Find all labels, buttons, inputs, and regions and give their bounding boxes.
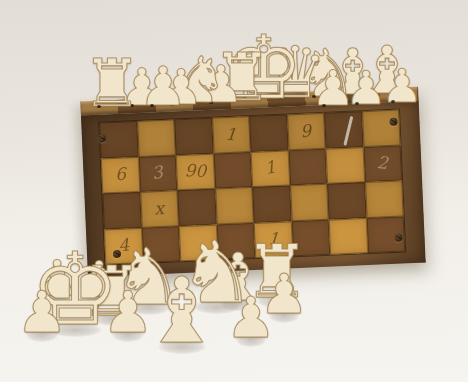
board-square: 1	[212, 116, 251, 153]
board-square	[290, 184, 329, 221]
chess-piece-glyph: ♝	[142, 266, 223, 356]
piece-shadow	[220, 297, 256, 311]
board-square	[329, 218, 368, 255]
board-square: 90	[176, 153, 215, 190]
chess-piece-pawn: ♟	[102, 289, 154, 336]
piece-shadow	[236, 333, 266, 347]
board-square	[137, 119, 176, 156]
board-square	[213, 152, 252, 189]
board-square: 6	[101, 156, 140, 193]
chess-piece-glyph: ♟	[102, 284, 153, 341]
board-square: x	[140, 190, 179, 227]
chess-piece-glyph: ♟	[259, 267, 308, 322]
board-square: 1	[251, 150, 290, 187]
board-square: 2	[363, 145, 402, 182]
board-square	[174, 118, 213, 155]
square-scribble: 9	[300, 122, 313, 140]
board-square	[288, 148, 327, 185]
chess-board-box: 19639012x41	[80, 87, 425, 278]
board-square	[365, 180, 404, 217]
board-square	[141, 226, 180, 263]
chess-piece-glyph: ♟	[16, 284, 67, 341]
board-square	[179, 224, 218, 261]
board-square	[215, 187, 254, 224]
board-square: 1	[254, 221, 293, 258]
board-square	[324, 111, 363, 148]
square-scribble: 90	[184, 163, 206, 181]
chess-piece-glyph: ♟	[35, 255, 79, 304]
piece-shadow	[94, 312, 131, 326]
chess-piece-bishop: ♝	[141, 274, 222, 348]
square-scribble: 1	[263, 159, 277, 178]
piece-shadow	[158, 340, 207, 354]
board-square: 9	[287, 113, 326, 150]
piece-shadow	[112, 328, 143, 342]
board-square	[249, 114, 288, 151]
board-square: 4	[104, 227, 143, 264]
board-square	[102, 192, 141, 229]
chess-piece-pawn: ♟	[259, 272, 309, 317]
square-scribble: x	[154, 200, 164, 217]
square-scratch	[343, 116, 353, 146]
board-square	[252, 185, 291, 222]
board-face: 19639012x41	[81, 101, 426, 278]
board-square	[177, 189, 216, 226]
piece-shadow	[269, 309, 299, 323]
square-scribble: 6	[114, 166, 126, 184]
piece-shadow	[128, 301, 170, 315]
board-square	[362, 110, 401, 147]
chess-piece-pawn: ♟	[35, 259, 79, 299]
chess-piece-pawn: ♟	[226, 295, 277, 341]
square-scribble: 1	[225, 125, 237, 143]
square-scribble: 2	[376, 154, 388, 172]
chess-piece-glyph: ♟	[226, 290, 276, 346]
piece-shadow	[86, 292, 112, 306]
photo-scene: 19639012x41 ♜♟♟♟♞♟♜♚♛♞♟♝♟♝♟♟♟♚♟♜♟♞♝♞♝♟♜♟	[0, 0, 468, 382]
piece-shadow	[257, 294, 297, 308]
piece-shadow	[26, 328, 57, 342]
square-scribble: 1	[267, 230, 279, 248]
board-square: 3	[138, 155, 177, 192]
piece-shadow	[44, 291, 70, 305]
board-grid: 19639012x41	[99, 110, 405, 265]
board-square	[327, 182, 366, 219]
square-scribble: 3	[151, 164, 164, 183]
piece-shadow	[194, 300, 240, 314]
board-square	[216, 223, 255, 260]
piece-shadow	[48, 323, 102, 337]
chess-piece-pawn: ♟	[16, 289, 68, 336]
board-square	[326, 147, 365, 184]
board-square	[291, 219, 330, 256]
